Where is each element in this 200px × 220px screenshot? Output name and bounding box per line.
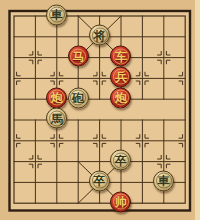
intersection-4-5[interactable]: 砲 (67, 89, 88, 110)
intersection-1-10[interactable] (3, 193, 24, 214)
intersection-4-2[interactable] (67, 26, 88, 47)
intersection-1-6[interactable] (3, 110, 24, 131)
intersection-3-5[interactable]: 炮 (46, 89, 67, 110)
intersection-7-9[interactable] (132, 172, 153, 193)
intersection-8-10[interactable] (153, 193, 174, 214)
intersection-3-9[interactable] (46, 172, 67, 193)
intersection-3-4[interactable] (46, 68, 67, 89)
intersection-6-2[interactable] (110, 26, 131, 47)
intersection-8-7[interactable] (153, 130, 174, 151)
intersection-7-7[interactable] (132, 130, 153, 151)
intersection-5-9[interactable]: 卒 (89, 172, 110, 193)
intersection-9-2[interactable] (174, 26, 195, 47)
intersection-6-7[interactable] (110, 130, 131, 151)
intersection-7-3[interactable] (132, 47, 153, 68)
intersection-1-2[interactable] (3, 26, 24, 47)
intersection-4-4[interactable] (67, 68, 88, 89)
intersection-1-4[interactable] (3, 68, 24, 89)
intersection-3-7[interactable] (46, 130, 67, 151)
intersection-5-6[interactable] (89, 110, 110, 131)
intersection-2-8[interactable] (25, 151, 46, 172)
intersection-2-4[interactable] (25, 68, 46, 89)
red-soldier[interactable]: 兵 (110, 66, 131, 87)
intersection-1-7[interactable] (3, 130, 24, 151)
intersection-4-1[interactable] (67, 6, 88, 27)
intersection-7-5[interactable] (132, 89, 153, 110)
red-horse[interactable]: 马 (68, 46, 89, 67)
intersection-3-10[interactable] (46, 193, 67, 214)
intersection-6-10[interactable]: 帅 (110, 193, 131, 214)
intersection-4-3[interactable]: 马 (67, 47, 88, 68)
intersection-8-2[interactable] (153, 26, 174, 47)
black-soldier[interactable]: 卒 (110, 150, 131, 171)
intersection-2-2[interactable] (25, 26, 46, 47)
black-cannon[interactable]: 砲 (68, 87, 89, 108)
black-chariot[interactable]: 車 (153, 170, 174, 191)
intersection-3-3[interactable] (46, 47, 67, 68)
intersection-4-9[interactable] (67, 172, 88, 193)
intersection-5-7[interactable] (89, 130, 110, 151)
intersection-4-10[interactable] (67, 193, 88, 214)
intersection-9-6[interactable] (174, 110, 195, 131)
intersection-1-8[interactable] (3, 151, 24, 172)
red-cannon[interactable]: 炮 (46, 87, 67, 108)
intersection-6-3[interactable]: 车 (110, 47, 131, 68)
intersection-6-5[interactable]: 炮 (110, 89, 131, 110)
intersection-3-2[interactable] (46, 26, 67, 47)
intersection-2-5[interactable] (25, 89, 46, 110)
intersection-9-5[interactable] (174, 89, 195, 110)
board-grid: 車将马车兵炮砲炮馬卒卒車帅 (3, 6, 196, 214)
intersection-7-10[interactable] (132, 193, 153, 214)
intersection-7-2[interactable] (132, 26, 153, 47)
intersection-2-6[interactable] (25, 110, 46, 131)
intersection-6-1[interactable] (110, 6, 131, 27)
intersection-6-6[interactable] (110, 110, 131, 131)
intersection-1-1[interactable] (3, 6, 24, 27)
intersection-5-2[interactable]: 将 (89, 26, 110, 47)
intersection-4-7[interactable] (67, 130, 88, 151)
intersection-5-10[interactable] (89, 193, 110, 214)
intersection-3-1[interactable]: 車 (46, 6, 67, 27)
red-chariot[interactable]: 车 (110, 46, 131, 67)
intersection-2-3[interactable] (25, 47, 46, 68)
intersection-6-4[interactable]: 兵 (110, 68, 131, 89)
intersection-2-9[interactable] (25, 172, 46, 193)
intersection-2-1[interactable] (25, 6, 46, 27)
intersection-8-9[interactable]: 車 (153, 172, 174, 193)
intersection-9-9[interactable] (174, 172, 195, 193)
black-chariot[interactable]: 車 (46, 4, 67, 25)
intersection-6-8[interactable]: 卒 (110, 151, 131, 172)
intersection-7-6[interactable] (132, 110, 153, 131)
intersection-5-5[interactable] (89, 89, 110, 110)
intersection-5-8[interactable] (89, 151, 110, 172)
black-soldier[interactable]: 卒 (89, 170, 110, 191)
red-cannon[interactable]: 炮 (110, 87, 131, 108)
intersection-8-3[interactable] (153, 47, 174, 68)
intersection-3-6[interactable]: 馬 (46, 110, 67, 131)
black-general[interactable]: 将 (89, 25, 110, 46)
black-horse[interactable]: 馬 (46, 108, 67, 129)
intersection-4-8[interactable] (67, 151, 88, 172)
intersection-3-8[interactable] (46, 151, 67, 172)
intersection-6-9[interactable] (110, 172, 131, 193)
intersection-8-5[interactable] (153, 89, 174, 110)
intersection-5-3[interactable] (89, 47, 110, 68)
xiangqi-board-widget: 車将马车兵炮砲炮馬卒卒車帅 (0, 0, 200, 220)
intersection-1-3[interactable] (3, 47, 24, 68)
intersection-8-1[interactable] (153, 6, 174, 27)
intersection-9-1[interactable] (174, 6, 195, 27)
intersection-1-5[interactable] (3, 89, 24, 110)
intersection-4-6[interactable] (67, 110, 88, 131)
intersection-9-3[interactable] (174, 47, 195, 68)
intersection-5-1[interactable] (89, 6, 110, 27)
intersection-5-4[interactable] (89, 68, 110, 89)
intersection-8-8[interactable] (153, 151, 174, 172)
intersection-8-6[interactable] (153, 110, 174, 131)
intersection-7-8[interactable] (132, 151, 153, 172)
intersection-1-9[interactable] (3, 172, 24, 193)
intersection-2-7[interactable] (25, 130, 46, 151)
red-general[interactable]: 帅 (110, 191, 131, 212)
intersection-9-7[interactable] (174, 130, 195, 151)
intersection-9-10[interactable] (174, 193, 195, 214)
intersection-2-10[interactable] (25, 193, 46, 214)
intersection-9-8[interactable] (174, 151, 195, 172)
intersection-7-1[interactable] (132, 6, 153, 27)
intersection-8-4[interactable] (153, 68, 174, 89)
intersection-7-4[interactable] (132, 68, 153, 89)
intersection-9-4[interactable] (174, 68, 195, 89)
